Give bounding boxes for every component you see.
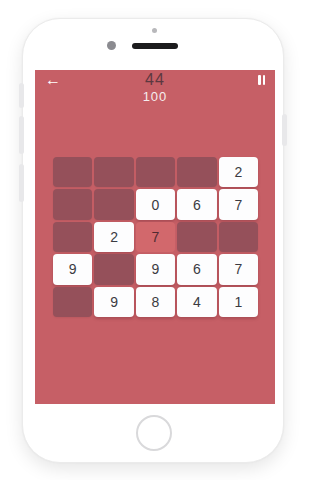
tile-r1c4[interactable] (177, 157, 216, 187)
volume-up-button (19, 116, 24, 154)
tile-r2c3[interactable]: 0 (136, 189, 175, 219)
tile-r1c2[interactable] (94, 157, 133, 187)
tile-r4c2[interactable] (94, 254, 133, 284)
tile-r3c2[interactable]: 2 (94, 222, 133, 252)
tile-r1c3[interactable] (136, 157, 175, 187)
proximity-sensor-dot (152, 28, 157, 33)
power-button (282, 114, 287, 146)
tile-r4c5[interactable]: 7 (219, 254, 258, 284)
tile-r5c5[interactable]: 1 (219, 287, 258, 317)
phone-frame: ← 44 100 20672799679841 (22, 18, 284, 463)
tile-r5c1[interactable] (53, 287, 92, 317)
tile-r4c4[interactable]: 6 (177, 254, 216, 284)
speaker-grille (132, 43, 178, 49)
tile-r5c3[interactable]: 8 (136, 287, 175, 317)
tile-r3c1[interactable] (53, 222, 92, 252)
pause-icon (258, 75, 261, 85)
tile-r1c1[interactable] (53, 157, 92, 187)
front-camera (107, 41, 116, 50)
page: ← 44 100 20672799679841 (0, 0, 320, 480)
tile-r5c4[interactable]: 4 (177, 287, 216, 317)
game-board: 20672799679841 (53, 157, 258, 317)
current-score: 44 (35, 71, 275, 89)
pause-icon (263, 75, 266, 85)
tile-r2c2[interactable] (94, 189, 133, 219)
game-screen: ← 44 100 20672799679841 (35, 70, 275, 404)
mute-switch (19, 83, 24, 108)
pause-button[interactable] (258, 75, 265, 85)
tile-r3c3[interactable]: 7 (136, 222, 175, 252)
tile-r3c5[interactable] (219, 222, 258, 252)
tile-r1c5[interactable]: 2 (219, 157, 258, 187)
score-block: 44 100 (35, 70, 275, 104)
target-score: 100 (35, 89, 275, 104)
tile-r2c1[interactable] (53, 189, 92, 219)
tile-r2c5[interactable]: 7 (219, 189, 258, 219)
tile-r4c1[interactable]: 9 (53, 254, 92, 284)
tile-r3c4[interactable] (177, 222, 216, 252)
tile-r2c4[interactable]: 6 (177, 189, 216, 219)
home-button (136, 415, 172, 451)
volume-down-button (19, 164, 24, 202)
tile-r4c3[interactable]: 9 (136, 254, 175, 284)
tile-r5c2[interactable]: 9 (94, 287, 133, 317)
